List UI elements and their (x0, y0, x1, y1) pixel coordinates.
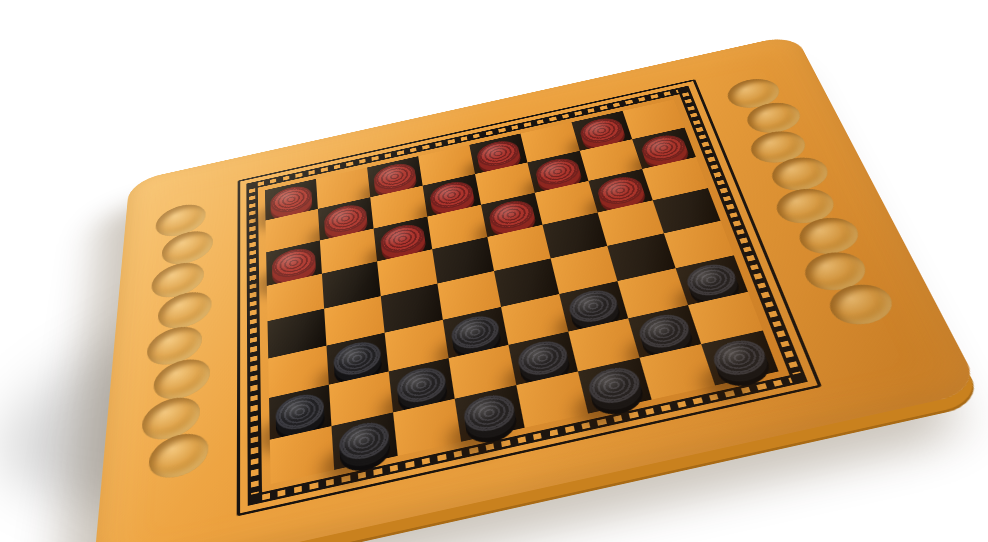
black-checker[interactable] (462, 391, 517, 436)
filmstrip-border (246, 86, 807, 506)
black-checker[interactable] (449, 312, 501, 353)
black-checker[interactable] (585, 363, 643, 407)
black-checker[interactable] (683, 260, 740, 299)
black-checker[interactable] (566, 286, 621, 326)
inner-wood-margin (258, 94, 790, 492)
checkers-board (92, 34, 982, 542)
board-grid (265, 100, 779, 484)
black-checker[interactable] (709, 336, 770, 380)
black-checker[interactable] (515, 337, 570, 379)
black-checker[interactable] (333, 338, 382, 379)
board-3d-transform (92, 34, 982, 542)
filmstrip-left-squares (249, 188, 259, 494)
black-checker[interactable] (275, 390, 325, 434)
black-checker[interactable] (338, 418, 391, 464)
perspective-wrapper (0, 0, 988, 542)
scene (0, 0, 988, 542)
board-frame (237, 79, 822, 516)
black-checker[interactable] (636, 310, 694, 352)
black-checker[interactable] (395, 364, 447, 407)
left-piece-groove (132, 195, 217, 525)
